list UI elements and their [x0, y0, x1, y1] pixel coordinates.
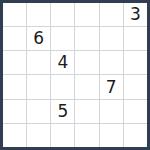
cell-r1c5[interactable]	[100, 3, 123, 26]
cell-r2c2[interactable]: 6	[27, 27, 50, 50]
cell-r3c1[interactable]	[3, 51, 26, 74]
cell-r5c6[interactable]	[124, 100, 147, 123]
cell-r5c4[interactable]	[75, 100, 98, 123]
cell-r4c1[interactable]	[3, 75, 26, 98]
cell-r6c1[interactable]	[3, 124, 26, 147]
cell-r1c2[interactable]	[27, 3, 50, 26]
cell-r1c3[interactable]	[51, 3, 74, 26]
cell-r2c6[interactable]	[124, 27, 147, 50]
cell-r5c5[interactable]	[100, 100, 123, 123]
cell-r5c2[interactable]	[27, 100, 50, 123]
cell-r2c3[interactable]	[51, 27, 74, 50]
cell-r3c4[interactable]	[75, 51, 98, 74]
cell-r3c3[interactable]: 4	[51, 51, 74, 74]
cell-r6c2[interactable]	[27, 124, 50, 147]
cell-r3c6[interactable]	[124, 51, 147, 74]
cell-r5c3[interactable]: 5	[51, 100, 74, 123]
cell-r6c3[interactable]	[51, 124, 74, 147]
cell-r6c4[interactable]	[75, 124, 98, 147]
cell-r6c5[interactable]	[100, 124, 123, 147]
cell-r4c5[interactable]: 7	[100, 75, 123, 98]
cell-r1c4[interactable]	[75, 3, 98, 26]
cell-r4c4[interactable]	[75, 75, 98, 98]
cell-r1c1[interactable]	[3, 3, 26, 26]
cell-r3c5[interactable]	[100, 51, 123, 74]
puzzle-board: 3 6 4 7 5	[0, 0, 150, 150]
cell-r2c4[interactable]	[75, 27, 98, 50]
cell-r2c5[interactable]	[100, 27, 123, 50]
cell-r1c6[interactable]: 3	[124, 3, 147, 26]
cell-r3c2[interactable]	[27, 51, 50, 74]
cell-r2c1[interactable]	[3, 27, 26, 50]
cell-r6c6[interactable]	[124, 124, 147, 147]
cell-r4c6[interactable]	[124, 75, 147, 98]
cell-r4c2[interactable]	[27, 75, 50, 98]
cell-r5c1[interactable]	[3, 100, 26, 123]
cell-r4c3[interactable]	[51, 75, 74, 98]
